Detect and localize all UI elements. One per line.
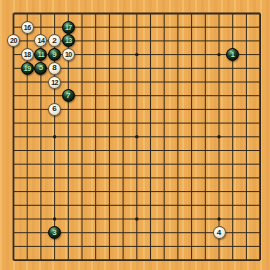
move-number: 16: [24, 23, 31, 30]
move-number: 11: [38, 51, 44, 58]
move-number: 18: [24, 51, 31, 58]
black-stone-move-17[interactable]: 17: [62, 21, 75, 34]
move-number: 20: [10, 37, 17, 44]
white-stone-move-6[interactable]: 6: [48, 103, 61, 116]
white-stone-move-4[interactable]: 4: [213, 226, 226, 239]
white-stone-move-10[interactable]: 10: [62, 48, 75, 61]
move-number: 8: [52, 64, 56, 72]
move-number: 3: [52, 228, 56, 236]
star-point: [217, 217, 220, 220]
move-number: 10: [65, 51, 72, 58]
move-number: 19: [24, 64, 31, 71]
black-stone-move-7[interactable]: 7: [62, 89, 75, 102]
move-number: 2: [52, 36, 56, 44]
star-point: [53, 217, 56, 220]
star-point: [53, 135, 56, 138]
move-number: 5: [39, 64, 43, 72]
star-point: [135, 217, 138, 220]
move-number: 13: [65, 37, 72, 44]
black-stone-move-19[interactable]: 19: [21, 62, 34, 75]
star-point: [217, 135, 220, 138]
move-number: 6: [52, 105, 56, 113]
white-stone-move-16[interactable]: 16: [21, 21, 34, 34]
white-stone-move-12[interactable]: 12: [48, 76, 61, 89]
move-number: 9: [52, 50, 56, 58]
move-number: 7: [66, 91, 70, 99]
white-stone-move-8[interactable]: 8: [48, 62, 61, 75]
white-stone-move-18[interactable]: 18: [21, 48, 34, 61]
star-point: [135, 53, 138, 56]
move-number: 4: [217, 228, 221, 236]
move-number: 12: [51, 78, 58, 85]
move-number: 1: [230, 50, 234, 58]
star-point: [217, 53, 220, 56]
move-number: 17: [65, 23, 72, 30]
star-point: [135, 135, 138, 138]
go-board[interactable]: 13579111317192468101214161820: [0, 0, 270, 270]
move-number: 14: [37, 37, 44, 44]
